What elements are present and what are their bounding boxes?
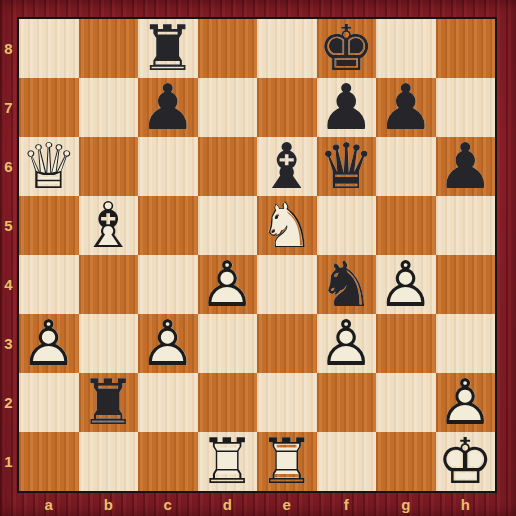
diagram-frame: 87654321 abcdefgh ♜♜♚♚♟♟♟♟♟♟♛♕♝♝♛♛♟♟♝♗♞♘…: [0, 0, 516, 516]
square-d4[interactable]: ♟♙: [198, 255, 258, 314]
black-pawn-line-glyph: ♟: [436, 137, 496, 196]
square-h6[interactable]: ♟♟: [436, 137, 496, 196]
square-b2[interactable]: ♜♜: [79, 373, 139, 432]
black-pawn-line-glyph: ♟: [317, 78, 377, 137]
piece-black-king[interactable]: ♚♚: [317, 19, 377, 78]
square-a6[interactable]: ♛♕: [19, 137, 79, 196]
file-label-g: g: [376, 493, 436, 516]
file-label-f: f: [317, 493, 377, 516]
square-h1[interactable]: ♚♔: [436, 432, 496, 491]
piece-black-queen[interactable]: ♛♛: [317, 137, 377, 196]
square-g2[interactable]: [376, 373, 436, 432]
square-a7[interactable]: [19, 78, 79, 137]
piece-white-knight[interactable]: ♞♘: [257, 196, 317, 255]
square-c6[interactable]: [138, 137, 198, 196]
black-king-line-glyph: ♚: [317, 19, 377, 78]
square-f4[interactable]: ♞♞: [317, 255, 377, 314]
piece-white-pawn[interactable]: ♟♙: [138, 314, 198, 373]
white-king-line-glyph: ♔: [436, 432, 496, 491]
rank-label-1: 1: [0, 432, 17, 491]
piece-white-pawn[interactable]: ♟♙: [376, 255, 436, 314]
square-f8[interactable]: ♚♚: [317, 19, 377, 78]
rank-label-3: 3: [0, 314, 17, 373]
piece-white-rook[interactable]: ♜♖: [257, 432, 317, 491]
piece-black-pawn[interactable]: ♟♟: [436, 137, 496, 196]
square-d7[interactable]: [198, 78, 258, 137]
file-labels: abcdefgh: [19, 493, 495, 516]
piece-white-pawn[interactable]: ♟♙: [19, 314, 79, 373]
square-b5[interactable]: ♝♗: [79, 196, 139, 255]
square-h3[interactable]: [436, 314, 496, 373]
square-d1[interactable]: ♜♖: [198, 432, 258, 491]
white-pawn-line-glyph: ♙: [317, 314, 377, 373]
square-c5[interactable]: [138, 196, 198, 255]
white-queen-line-glyph: ♕: [19, 137, 79, 196]
white-pawn-line-glyph: ♙: [198, 255, 258, 314]
white-bishop-line-glyph: ♗: [79, 196, 139, 255]
square-f5[interactable]: [317, 196, 377, 255]
square-a4[interactable]: [19, 255, 79, 314]
square-d6[interactable]: [198, 137, 258, 196]
square-c4[interactable]: [138, 255, 198, 314]
white-pawn-line-glyph: ♙: [436, 373, 496, 432]
square-a1[interactable]: [19, 432, 79, 491]
square-c3[interactable]: ♟♙: [138, 314, 198, 373]
square-b3[interactable]: [79, 314, 139, 373]
rank-label-7: 7: [0, 78, 17, 137]
square-b1[interactable]: [79, 432, 139, 491]
square-g3[interactable]: [376, 314, 436, 373]
file-label-c: c: [138, 493, 198, 516]
rank-label-6: 6: [0, 137, 17, 196]
square-h2[interactable]: ♟♙: [436, 373, 496, 432]
square-d8[interactable]: [198, 19, 258, 78]
square-g8[interactable]: [376, 19, 436, 78]
square-e4[interactable]: [257, 255, 317, 314]
square-c2[interactable]: [138, 373, 198, 432]
square-a5[interactable]: [19, 196, 79, 255]
square-e3[interactable]: [257, 314, 317, 373]
white-pawn-line-glyph: ♙: [376, 255, 436, 314]
chess-board: ♜♜♚♚♟♟♟♟♟♟♛♕♝♝♛♛♟♟♝♗♞♘♟♙♞♞♟♙♟♙♟♙♟♙♜♜♟♙♜♖…: [19, 19, 495, 491]
square-h7[interactable]: [436, 78, 496, 137]
black-rook-line-glyph: ♜: [138, 19, 198, 78]
white-knight-line-glyph: ♘: [257, 196, 317, 255]
piece-black-rook[interactable]: ♜♜: [79, 373, 139, 432]
square-g4[interactable]: ♟♙: [376, 255, 436, 314]
black-bishop-line-glyph: ♝: [257, 137, 317, 196]
white-pawn-line-glyph: ♙: [138, 314, 198, 373]
square-e7[interactable]: [257, 78, 317, 137]
rank-label-4: 4: [0, 255, 17, 314]
square-b8[interactable]: [79, 19, 139, 78]
square-b4[interactable]: [79, 255, 139, 314]
square-g6[interactable]: [376, 137, 436, 196]
rank-labels: 87654321: [0, 19, 17, 491]
piece-white-rook[interactable]: ♜♖: [198, 432, 258, 491]
black-queen-line-glyph: ♛: [317, 137, 377, 196]
square-f3[interactable]: ♟♙: [317, 314, 377, 373]
rank-label-2: 2: [0, 373, 17, 432]
square-e5[interactable]: ♞♘: [257, 196, 317, 255]
square-c7[interactable]: ♟♟: [138, 78, 198, 137]
rank-label-8: 8: [0, 19, 17, 78]
piece-white-pawn[interactable]: ♟♙: [436, 373, 496, 432]
square-e1[interactable]: ♜♖: [257, 432, 317, 491]
piece-black-rook[interactable]: ♜♜: [138, 19, 198, 78]
square-c8[interactable]: ♜♜: [138, 19, 198, 78]
square-h5[interactable]: [436, 196, 496, 255]
piece-black-pawn[interactable]: ♟♟: [376, 78, 436, 137]
square-f7[interactable]: ♟♟: [317, 78, 377, 137]
square-h8[interactable]: [436, 19, 496, 78]
piece-black-knight[interactable]: ♞♞: [317, 255, 377, 314]
white-rook-line-glyph: ♖: [198, 432, 258, 491]
piece-white-queen[interactable]: ♛♕: [19, 137, 79, 196]
square-d5[interactable]: [198, 196, 258, 255]
piece-white-pawn[interactable]: ♟♙: [198, 255, 258, 314]
square-d3[interactable]: [198, 314, 258, 373]
piece-white-king[interactable]: ♚♔: [436, 432, 496, 491]
black-rook-line-glyph: ♜: [79, 373, 139, 432]
square-f1[interactable]: [317, 432, 377, 491]
square-a3[interactable]: ♟♙: [19, 314, 79, 373]
square-e8[interactable]: [257, 19, 317, 78]
white-rook-line-glyph: ♖: [257, 432, 317, 491]
piece-black-pawn[interactable]: ♟♟: [138, 78, 198, 137]
square-f2[interactable]: [317, 373, 377, 432]
square-g7[interactable]: ♟♟: [376, 78, 436, 137]
square-e2[interactable]: [257, 373, 317, 432]
black-pawn-line-glyph: ♟: [376, 78, 436, 137]
square-h4[interactable]: [436, 255, 496, 314]
square-b6[interactable]: [79, 137, 139, 196]
square-g5[interactable]: [376, 196, 436, 255]
piece-black-bishop[interactable]: ♝♝: [257, 137, 317, 196]
file-label-b: b: [79, 493, 139, 516]
square-d2[interactable]: [198, 373, 258, 432]
square-g1[interactable]: [376, 432, 436, 491]
board-frame-line: ♜♜♚♚♟♟♟♟♟♟♛♕♝♝♛♛♟♟♝♗♞♘♟♙♞♞♟♙♟♙♟♙♟♙♜♜♟♙♜♖…: [17, 17, 497, 493]
black-knight-line-glyph: ♞: [317, 255, 377, 314]
square-b7[interactable]: [79, 78, 139, 137]
square-a2[interactable]: [19, 373, 79, 432]
piece-white-bishop[interactable]: ♝♗: [79, 196, 139, 255]
file-label-a: a: [19, 493, 79, 516]
square-a8[interactable]: [19, 19, 79, 78]
rank-label-5: 5: [0, 196, 17, 255]
square-c1[interactable]: [138, 432, 198, 491]
black-pawn-line-glyph: ♟: [138, 78, 198, 137]
piece-white-pawn[interactable]: ♟♙: [317, 314, 377, 373]
piece-black-pawn[interactable]: ♟♟: [317, 78, 377, 137]
square-e6[interactable]: ♝♝: [257, 137, 317, 196]
square-f6[interactable]: ♛♛: [317, 137, 377, 196]
white-pawn-line-glyph: ♙: [19, 314, 79, 373]
